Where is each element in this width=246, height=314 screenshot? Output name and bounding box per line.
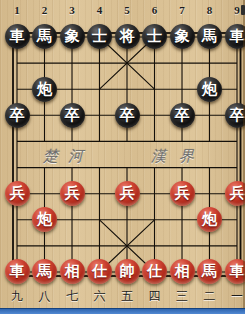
piece-red-advisor[interactable]: 仕: [142, 259, 167, 284]
file-label-top: 5: [117, 3, 137, 17]
file-label-bottom: 二: [200, 289, 220, 303]
xiangqi-app-window: 楚 河 漢 界 123456789 九八七六五四三二一 車馬象士将士象馬車炮炮卒…: [0, 0, 245, 314]
file-label-bottom: 八: [35, 289, 55, 303]
piece-red-elephant[interactable]: 相: [170, 259, 195, 284]
xiangqi-board[interactable]: 車馬象士将士象馬車炮炮卒卒卒卒卒兵兵兵兵兵炮炮車馬相仕帥仕相馬車: [3, 24, 245, 285]
file-label-top: 3: [62, 3, 82, 17]
file-label-top: 8: [200, 3, 220, 17]
piece-black-elephant[interactable]: 象: [170, 24, 195, 49]
piece-black-elephant[interactable]: 象: [60, 24, 85, 49]
board-right-edge-shadow: [243, 0, 245, 308]
file-label-top: 1: [7, 3, 27, 17]
file-label-bottom: 四: [145, 289, 165, 303]
piece-red-cannon[interactable]: 炮: [32, 207, 57, 232]
piece-red-general[interactable]: 帥: [115, 259, 140, 284]
file-label-bottom: 九: [7, 289, 27, 303]
piece-black-advisor[interactable]: 士: [142, 24, 167, 49]
file-label-bottom: 五: [117, 289, 137, 303]
edge-artifact: [241, 5, 245, 15]
file-label-bottom: 三: [172, 289, 192, 303]
piece-red-chariot[interactable]: 車: [225, 259, 246, 284]
piece-black-advisor[interactable]: 士: [87, 24, 112, 49]
file-label-top: 7: [172, 3, 192, 17]
file-label-top: 4: [90, 3, 110, 17]
file-label-top: 2: [35, 3, 55, 17]
piece-red-chariot[interactable]: 車: [5, 259, 30, 284]
piece-black-horse[interactable]: 馬: [32, 24, 57, 49]
file-label-bottom: 七: [62, 289, 82, 303]
piece-red-soldier[interactable]: 兵: [170, 181, 195, 206]
piece-red-soldier[interactable]: 兵: [60, 181, 85, 206]
piece-black-soldier[interactable]: 卒: [225, 103, 246, 128]
piece-black-cannon[interactable]: 炮: [197, 77, 222, 102]
piece-black-horse[interactable]: 馬: [197, 24, 222, 49]
piece-red-horse[interactable]: 馬: [32, 259, 57, 284]
piece-black-soldier[interactable]: 卒: [115, 103, 140, 128]
piece-black-general[interactable]: 将: [115, 24, 140, 49]
piece-red-advisor[interactable]: 仕: [87, 259, 112, 284]
piece-black-soldier[interactable]: 卒: [5, 103, 30, 128]
piece-red-soldier[interactable]: 兵: [5, 181, 30, 206]
piece-black-cannon[interactable]: 炮: [32, 77, 57, 102]
piece-red-elephant[interactable]: 相: [60, 259, 85, 284]
piece-black-chariot[interactable]: 車: [5, 24, 30, 49]
piece-black-soldier[interactable]: 卒: [60, 103, 85, 128]
piece-red-cannon[interactable]: 炮: [197, 207, 222, 232]
piece-black-chariot[interactable]: 車: [225, 24, 246, 49]
file-label-top: 6: [145, 3, 165, 17]
piece-red-soldier[interactable]: 兵: [225, 181, 246, 206]
piece-red-horse[interactable]: 馬: [197, 259, 222, 284]
piece-black-soldier[interactable]: 卒: [170, 103, 195, 128]
file-label-bottom: 六: [90, 289, 110, 303]
piece-red-soldier[interactable]: 兵: [115, 181, 140, 206]
window-edge-bottom: [0, 308, 245, 314]
